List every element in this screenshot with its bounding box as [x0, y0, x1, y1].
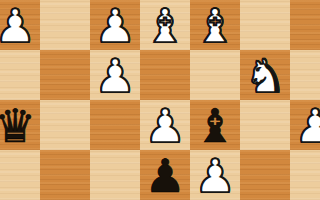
white-pawn[interactable]: ♟ — [140, 100, 190, 150]
square-r1c0[interactable] — [0, 50, 40, 100]
white-bishop[interactable]: ♝ — [190, 0, 240, 50]
square-r3c5[interactable] — [240, 150, 290, 200]
square-r2c3[interactable]: ♟ — [140, 100, 190, 150]
square-r1c5[interactable]: ♞ — [240, 50, 290, 100]
square-r2c1[interactable] — [40, 100, 90, 150]
square-r1c6[interactable] — [290, 50, 320, 100]
square-r1c4[interactable] — [190, 50, 240, 100]
square-r1c3[interactable] — [140, 50, 190, 100]
square-r0c1[interactable] — [40, 0, 90, 50]
chess-board-viewport: ♟♟♝♝♟♞♛♟♝♟♟♟ — [0, 0, 320, 200]
square-r2c4[interactable]: ♝ — [190, 100, 240, 150]
square-r3c4[interactable]: ♟ — [190, 150, 240, 200]
square-r2c2[interactable] — [90, 100, 140, 150]
square-r0c6[interactable] — [290, 0, 320, 50]
square-r2c0[interactable]: ♛ — [0, 100, 40, 150]
white-pawn[interactable]: ♟ — [0, 0, 40, 50]
black-pawn[interactable]: ♟ — [140, 150, 190, 200]
square-r0c0[interactable]: ♟ — [0, 0, 40, 50]
square-r1c2[interactable]: ♟ — [90, 50, 140, 100]
square-r2c5[interactable] — [240, 100, 290, 150]
square-r3c6[interactable] — [290, 150, 320, 200]
white-knight[interactable]: ♞ — [240, 50, 290, 100]
square-r3c0[interactable] — [0, 150, 40, 200]
white-pawn[interactable]: ♟ — [190, 150, 240, 200]
square-r0c2[interactable]: ♟ — [90, 0, 140, 50]
square-r1c1[interactable] — [40, 50, 90, 100]
square-r0c3[interactable]: ♝ — [140, 0, 190, 50]
square-r2c6[interactable]: ♟ — [290, 100, 320, 150]
square-r3c2[interactable] — [90, 150, 140, 200]
square-r0c4[interactable]: ♝ — [190, 0, 240, 50]
white-pawn[interactable]: ♟ — [90, 0, 140, 50]
square-r3c1[interactable] — [40, 150, 90, 200]
white-bishop[interactable]: ♝ — [140, 0, 190, 50]
black-bishop[interactable]: ♝ — [190, 100, 240, 150]
square-r3c3[interactable]: ♟ — [140, 150, 190, 200]
black-queen[interactable]: ♛ — [0, 100, 40, 150]
chess-board: ♟♟♝♝♟♞♛♟♝♟♟♟ — [0, 0, 320, 200]
square-r0c5[interactable] — [240, 0, 290, 50]
white-pawn[interactable]: ♟ — [90, 50, 140, 100]
white-pawn[interactable]: ♟ — [290, 100, 320, 150]
